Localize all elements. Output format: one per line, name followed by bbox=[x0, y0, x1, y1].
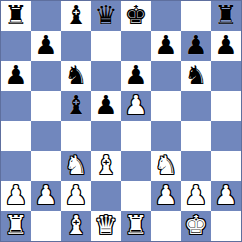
square-c8[interactable]: ♝ bbox=[61, 1, 91, 31]
square-a6[interactable]: ♟ bbox=[1, 61, 31, 91]
square-g3[interactable] bbox=[181, 151, 211, 181]
square-d5[interactable]: ♟ bbox=[91, 91, 121, 121]
square-a3[interactable] bbox=[1, 151, 31, 181]
square-h1[interactable] bbox=[211, 211, 241, 241]
piece-white-bishop[interactable]: ♝ bbox=[91, 151, 121, 181]
piece-black-pawn[interactable]: ♟ bbox=[1, 61, 31, 91]
square-g6[interactable]: ♞ bbox=[181, 61, 211, 91]
square-f3[interactable]: ♞ bbox=[151, 151, 181, 181]
square-h2[interactable]: ♟ bbox=[211, 181, 241, 211]
square-d6[interactable] bbox=[91, 61, 121, 91]
square-a7[interactable] bbox=[1, 31, 31, 61]
piece-black-pawn[interactable]: ♟ bbox=[91, 91, 121, 121]
piece-black-bishop[interactable]: ♝ bbox=[61, 1, 91, 31]
square-f7[interactable]: ♟ bbox=[151, 31, 181, 61]
square-g4[interactable] bbox=[181, 121, 211, 151]
square-b1[interactable] bbox=[31, 211, 61, 241]
piece-white-king[interactable]: ♚ bbox=[181, 211, 211, 241]
piece-white-pawn[interactable]: ♟ bbox=[151, 181, 181, 211]
square-a4[interactable] bbox=[1, 121, 31, 151]
piece-white-rook[interactable]: ♜ bbox=[1, 211, 31, 241]
square-b6[interactable] bbox=[31, 61, 61, 91]
piece-black-knight[interactable]: ♞ bbox=[61, 61, 91, 91]
square-e4[interactable] bbox=[121, 121, 151, 151]
piece-white-pawn[interactable]: ♟ bbox=[61, 181, 91, 211]
square-a5[interactable] bbox=[1, 91, 31, 121]
square-b5[interactable] bbox=[31, 91, 61, 121]
square-a1[interactable]: ♜ bbox=[1, 211, 31, 241]
piece-white-pawn[interactable]: ♟ bbox=[1, 181, 31, 211]
square-c7[interactable] bbox=[61, 31, 91, 61]
piece-black-knight[interactable]: ♞ bbox=[181, 61, 211, 91]
piece-white-pawn[interactable]: ♟ bbox=[121, 91, 151, 121]
square-c4[interactable] bbox=[61, 121, 91, 151]
chess-board: ♜♝♛♚♜♟♟♟♟♟♞♟♞♝♟♟♞♝♞♟♟♟♟♟♟♜♝♛♜♚ bbox=[0, 0, 242, 242]
square-h3[interactable] bbox=[211, 151, 241, 181]
square-d8[interactable]: ♛ bbox=[91, 1, 121, 31]
square-h8[interactable]: ♜ bbox=[211, 1, 241, 31]
square-e7[interactable] bbox=[121, 31, 151, 61]
square-c5[interactable]: ♝ bbox=[61, 91, 91, 121]
square-d2[interactable] bbox=[91, 181, 121, 211]
square-b7[interactable]: ♟ bbox=[31, 31, 61, 61]
square-f8[interactable] bbox=[151, 1, 181, 31]
square-c2[interactable]: ♟ bbox=[61, 181, 91, 211]
piece-black-pawn[interactable]: ♟ bbox=[31, 31, 61, 61]
square-d1[interactable]: ♛ bbox=[91, 211, 121, 241]
piece-black-rook[interactable]: ♜ bbox=[211, 1, 241, 31]
square-d3[interactable]: ♝ bbox=[91, 151, 121, 181]
square-a2[interactable]: ♟ bbox=[1, 181, 31, 211]
square-h6[interactable] bbox=[211, 61, 241, 91]
square-c3[interactable]: ♞ bbox=[61, 151, 91, 181]
piece-black-pawn[interactable]: ♟ bbox=[121, 61, 151, 91]
square-e6[interactable]: ♟ bbox=[121, 61, 151, 91]
square-f6[interactable] bbox=[151, 61, 181, 91]
piece-black-king[interactable]: ♚ bbox=[121, 1, 151, 31]
square-d4[interactable] bbox=[91, 121, 121, 151]
piece-black-pawn[interactable]: ♟ bbox=[181, 31, 211, 61]
square-b8[interactable] bbox=[31, 1, 61, 31]
square-d7[interactable] bbox=[91, 31, 121, 61]
piece-black-queen[interactable]: ♛ bbox=[91, 1, 121, 31]
square-f4[interactable] bbox=[151, 121, 181, 151]
square-e3[interactable] bbox=[121, 151, 151, 181]
square-c1[interactable]: ♝ bbox=[61, 211, 91, 241]
square-c6[interactable]: ♞ bbox=[61, 61, 91, 91]
square-e8[interactable]: ♚ bbox=[121, 1, 151, 31]
square-e5[interactable]: ♟ bbox=[121, 91, 151, 121]
square-g5[interactable] bbox=[181, 91, 211, 121]
piece-black-rook[interactable]: ♜ bbox=[1, 1, 31, 31]
piece-white-pawn[interactable]: ♟ bbox=[181, 181, 211, 211]
square-h4[interactable] bbox=[211, 121, 241, 151]
piece-white-knight[interactable]: ♞ bbox=[61, 151, 91, 181]
square-f5[interactable] bbox=[151, 91, 181, 121]
piece-black-bishop[interactable]: ♝ bbox=[61, 91, 91, 121]
square-f1[interactable] bbox=[151, 211, 181, 241]
piece-white-pawn[interactable]: ♟ bbox=[31, 181, 61, 211]
square-g7[interactable]: ♟ bbox=[181, 31, 211, 61]
square-b2[interactable]: ♟ bbox=[31, 181, 61, 211]
piece-white-queen[interactable]: ♛ bbox=[91, 211, 121, 241]
square-e1[interactable]: ♜ bbox=[121, 211, 151, 241]
piece-black-pawn[interactable]: ♟ bbox=[211, 31, 241, 61]
piece-white-knight[interactable]: ♞ bbox=[151, 151, 181, 181]
square-g2[interactable]: ♟ bbox=[181, 181, 211, 211]
square-b3[interactable] bbox=[31, 151, 61, 181]
square-h5[interactable] bbox=[211, 91, 241, 121]
square-b4[interactable] bbox=[31, 121, 61, 151]
square-g8[interactable] bbox=[181, 1, 211, 31]
piece-black-pawn[interactable]: ♟ bbox=[151, 31, 181, 61]
piece-white-rook[interactable]: ♜ bbox=[121, 211, 151, 241]
square-h7[interactable]: ♟ bbox=[211, 31, 241, 61]
piece-white-bishop[interactable]: ♝ bbox=[61, 211, 91, 241]
square-a8[interactable]: ♜ bbox=[1, 1, 31, 31]
square-e2[interactable] bbox=[121, 181, 151, 211]
square-f2[interactable]: ♟ bbox=[151, 181, 181, 211]
square-g1[interactable]: ♚ bbox=[181, 211, 211, 241]
piece-white-pawn[interactable]: ♟ bbox=[211, 181, 241, 211]
